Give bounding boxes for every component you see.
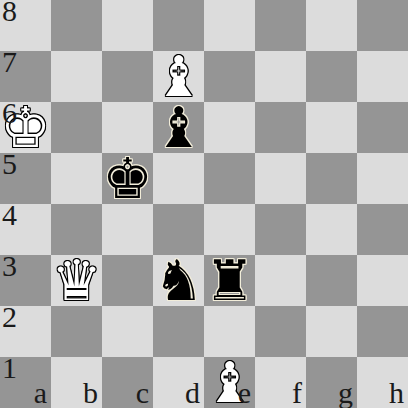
black-bishop-d6[interactable]: ♝ bbox=[153, 102, 203, 153]
square-b6[interactable] bbox=[51, 102, 102, 153]
square-e5[interactable] bbox=[204, 153, 255, 204]
square-g8[interactable] bbox=[306, 0, 357, 51]
square-d3[interactable]: ♞ bbox=[153, 255, 204, 306]
square-f6[interactable] bbox=[255, 102, 306, 153]
square-f7[interactable] bbox=[255, 51, 306, 102]
square-f3[interactable] bbox=[255, 255, 306, 306]
square-h6[interactable] bbox=[357, 102, 408, 153]
square-f4[interactable] bbox=[255, 204, 306, 255]
square-d2[interactable] bbox=[153, 306, 204, 357]
square-e6[interactable] bbox=[204, 102, 255, 153]
white-bishop-e1[interactable]: ♝ bbox=[204, 357, 254, 408]
square-b3[interactable]: ♛ bbox=[51, 255, 102, 306]
square-h1[interactable] bbox=[357, 357, 408, 408]
square-e3[interactable]: ♜ bbox=[204, 255, 255, 306]
square-g4[interactable] bbox=[306, 204, 357, 255]
square-e1[interactable]: ♝ bbox=[204, 357, 255, 408]
square-b1[interactable] bbox=[51, 357, 102, 408]
square-h2[interactable] bbox=[357, 306, 408, 357]
square-g3[interactable] bbox=[306, 255, 357, 306]
square-f1[interactable] bbox=[255, 357, 306, 408]
chess-board: ♝♚♝♚♛♞♜♝87654321abcdefgh bbox=[0, 0, 408, 408]
square-h5[interactable] bbox=[357, 153, 408, 204]
square-a3[interactable] bbox=[0, 255, 51, 306]
square-f8[interactable] bbox=[255, 0, 306, 51]
square-g6[interactable] bbox=[306, 102, 357, 153]
square-g5[interactable] bbox=[306, 153, 357, 204]
square-c2[interactable] bbox=[102, 306, 153, 357]
square-d5[interactable] bbox=[153, 153, 204, 204]
square-d1[interactable] bbox=[153, 357, 204, 408]
square-g1[interactable] bbox=[306, 357, 357, 408]
square-b7[interactable] bbox=[51, 51, 102, 102]
square-a8[interactable] bbox=[0, 0, 51, 51]
square-c3[interactable] bbox=[102, 255, 153, 306]
square-c4[interactable] bbox=[102, 204, 153, 255]
square-c7[interactable] bbox=[102, 51, 153, 102]
square-h4[interactable] bbox=[357, 204, 408, 255]
white-queen-b3[interactable]: ♛ bbox=[51, 255, 101, 306]
white-king-a6[interactable]: ♚ bbox=[0, 102, 50, 153]
square-c8[interactable] bbox=[102, 0, 153, 51]
square-d6[interactable]: ♝ bbox=[153, 102, 204, 153]
square-f5[interactable] bbox=[255, 153, 306, 204]
square-g2[interactable] bbox=[306, 306, 357, 357]
square-a1[interactable] bbox=[0, 357, 51, 408]
square-a2[interactable] bbox=[0, 306, 51, 357]
black-king-c5[interactable]: ♚ bbox=[102, 153, 152, 204]
square-b5[interactable] bbox=[51, 153, 102, 204]
square-g7[interactable] bbox=[306, 51, 357, 102]
square-e8[interactable] bbox=[204, 0, 255, 51]
square-h8[interactable] bbox=[357, 0, 408, 51]
square-b8[interactable] bbox=[51, 0, 102, 51]
square-e7[interactable] bbox=[204, 51, 255, 102]
square-h3[interactable] bbox=[357, 255, 408, 306]
black-knight-d3[interactable]: ♞ bbox=[153, 255, 203, 306]
square-b2[interactable] bbox=[51, 306, 102, 357]
square-c1[interactable] bbox=[102, 357, 153, 408]
black-rook-e3[interactable]: ♜ bbox=[204, 255, 254, 306]
square-h7[interactable] bbox=[357, 51, 408, 102]
square-c5[interactable]: ♚ bbox=[102, 153, 153, 204]
square-f2[interactable] bbox=[255, 306, 306, 357]
square-a5[interactable] bbox=[0, 153, 51, 204]
square-a4[interactable] bbox=[0, 204, 51, 255]
square-a6[interactable]: ♚ bbox=[0, 102, 51, 153]
